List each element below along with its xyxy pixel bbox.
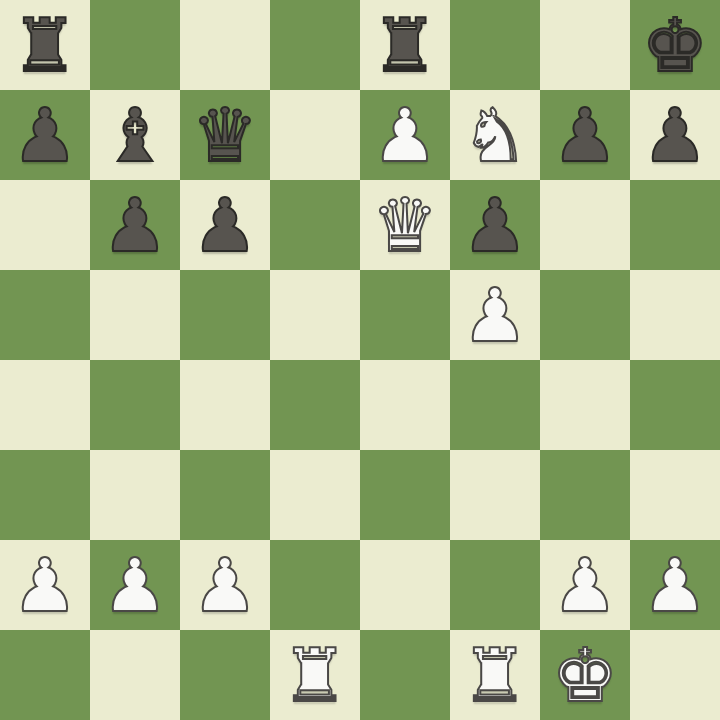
square-g8[interactable] bbox=[540, 0, 630, 90]
square-c7[interactable]: ♛ bbox=[180, 90, 270, 180]
square-b4[interactable] bbox=[90, 360, 180, 450]
square-a6[interactable] bbox=[0, 180, 90, 270]
square-f5[interactable]: ♟ bbox=[450, 270, 540, 360]
square-e1[interactable] bbox=[360, 630, 450, 720]
white-rook[interactable]: ♜ bbox=[450, 630, 540, 720]
square-f6[interactable]: ♟ bbox=[450, 180, 540, 270]
square-f3[interactable] bbox=[450, 450, 540, 540]
square-a3[interactable] bbox=[0, 450, 90, 540]
white-pawn[interactable]: ♟ bbox=[180, 540, 270, 630]
square-d7[interactable] bbox=[270, 90, 360, 180]
square-a7[interactable]: ♟ bbox=[0, 90, 90, 180]
square-f8[interactable] bbox=[450, 0, 540, 90]
black-rook[interactable]: ♜ bbox=[0, 0, 90, 90]
black-pawn[interactable]: ♟ bbox=[630, 90, 720, 180]
square-h5[interactable] bbox=[630, 270, 720, 360]
white-pawn[interactable]: ♟ bbox=[630, 540, 720, 630]
square-b6[interactable]: ♟ bbox=[90, 180, 180, 270]
black-pawn[interactable]: ♟ bbox=[90, 180, 180, 270]
white-pawn[interactable]: ♟ bbox=[0, 540, 90, 630]
square-d4[interactable] bbox=[270, 360, 360, 450]
square-e6[interactable]: ♛ bbox=[360, 180, 450, 270]
square-b8[interactable] bbox=[90, 0, 180, 90]
black-pawn[interactable]: ♟ bbox=[0, 90, 90, 180]
square-e7[interactable]: ♟ bbox=[360, 90, 450, 180]
square-c6[interactable]: ♟ bbox=[180, 180, 270, 270]
black-pawn[interactable]: ♟ bbox=[540, 90, 630, 180]
square-d2[interactable] bbox=[270, 540, 360, 630]
white-queen[interactable]: ♛ bbox=[360, 180, 450, 270]
white-pawn[interactable]: ♟ bbox=[450, 270, 540, 360]
white-pawn[interactable]: ♟ bbox=[90, 540, 180, 630]
white-king[interactable]: ♚ bbox=[540, 630, 630, 720]
square-d8[interactable] bbox=[270, 0, 360, 90]
square-c4[interactable] bbox=[180, 360, 270, 450]
square-e4[interactable] bbox=[360, 360, 450, 450]
black-queen[interactable]: ♛ bbox=[180, 90, 270, 180]
square-g6[interactable] bbox=[540, 180, 630, 270]
square-f2[interactable] bbox=[450, 540, 540, 630]
square-c5[interactable] bbox=[180, 270, 270, 360]
square-c1[interactable] bbox=[180, 630, 270, 720]
square-h6[interactable] bbox=[630, 180, 720, 270]
square-d1[interactable]: ♜ bbox=[270, 630, 360, 720]
square-g4[interactable] bbox=[540, 360, 630, 450]
square-f1[interactable]: ♜ bbox=[450, 630, 540, 720]
square-c2[interactable]: ♟ bbox=[180, 540, 270, 630]
square-e2[interactable] bbox=[360, 540, 450, 630]
white-pawn[interactable]: ♟ bbox=[360, 90, 450, 180]
square-g3[interactable] bbox=[540, 450, 630, 540]
square-a4[interactable] bbox=[0, 360, 90, 450]
square-f7[interactable]: ♞ bbox=[450, 90, 540, 180]
square-a1[interactable] bbox=[0, 630, 90, 720]
square-d3[interactable] bbox=[270, 450, 360, 540]
square-g1[interactable]: ♚ bbox=[540, 630, 630, 720]
square-b3[interactable] bbox=[90, 450, 180, 540]
white-knight[interactable]: ♞ bbox=[450, 90, 540, 180]
square-b2[interactable]: ♟ bbox=[90, 540, 180, 630]
square-g2[interactable]: ♟ bbox=[540, 540, 630, 630]
square-h3[interactable] bbox=[630, 450, 720, 540]
square-a5[interactable] bbox=[0, 270, 90, 360]
square-b1[interactable] bbox=[90, 630, 180, 720]
square-e8[interactable]: ♜ bbox=[360, 0, 450, 90]
square-e5[interactable] bbox=[360, 270, 450, 360]
square-e3[interactable] bbox=[360, 450, 450, 540]
square-f4[interactable] bbox=[450, 360, 540, 450]
square-g5[interactable] bbox=[540, 270, 630, 360]
square-h1[interactable] bbox=[630, 630, 720, 720]
square-h7[interactable]: ♟ bbox=[630, 90, 720, 180]
square-d6[interactable] bbox=[270, 180, 360, 270]
black-king[interactable]: ♚ bbox=[630, 0, 720, 90]
black-bishop[interactable]: ♝ bbox=[90, 90, 180, 180]
white-pawn[interactable]: ♟ bbox=[540, 540, 630, 630]
black-pawn[interactable]: ♟ bbox=[450, 180, 540, 270]
square-a8[interactable]: ♜ bbox=[0, 0, 90, 90]
square-h8[interactable]: ♚ bbox=[630, 0, 720, 90]
square-c8[interactable] bbox=[180, 0, 270, 90]
black-rook[interactable]: ♜ bbox=[360, 0, 450, 90]
chess-board: ♜♜♚♟♝♛♟♞♟♟♟♟♛♟♟♟♟♟♟♟♜♜♚ bbox=[0, 0, 720, 720]
square-b5[interactable] bbox=[90, 270, 180, 360]
square-g7[interactable]: ♟ bbox=[540, 90, 630, 180]
square-b7[interactable]: ♝ bbox=[90, 90, 180, 180]
square-h4[interactable] bbox=[630, 360, 720, 450]
black-pawn[interactable]: ♟ bbox=[180, 180, 270, 270]
square-h2[interactable]: ♟ bbox=[630, 540, 720, 630]
square-d5[interactable] bbox=[270, 270, 360, 360]
square-a2[interactable]: ♟ bbox=[0, 540, 90, 630]
square-c3[interactable] bbox=[180, 450, 270, 540]
white-rook[interactable]: ♜ bbox=[270, 630, 360, 720]
